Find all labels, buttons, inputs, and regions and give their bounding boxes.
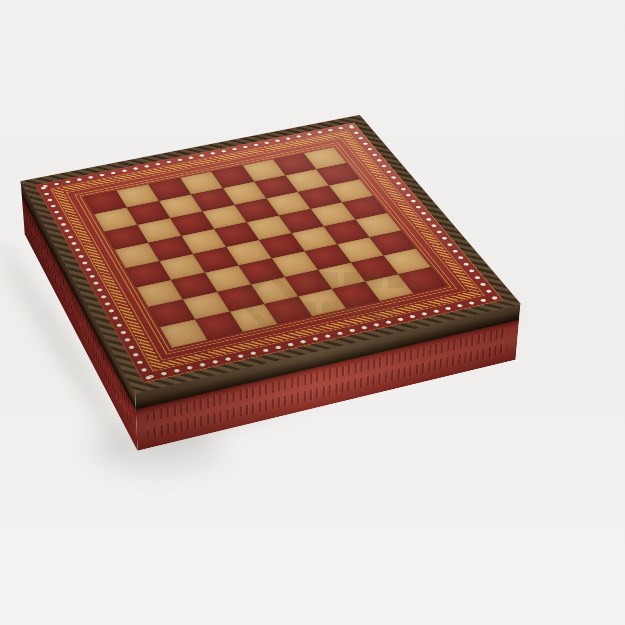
product-photo-scene [0, 0, 625, 625]
